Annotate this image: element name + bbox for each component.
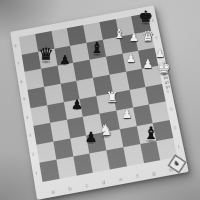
piece-white-pawn-h5[interactable]: ♟ <box>155 48 165 59</box>
piece-black-pawn-c4[interactable]: ♟ <box>71 98 83 111</box>
pieces-layer: ♚♝♟♛♝♛♟♟♟♟♚♜♟♟♞♟♝ <box>0 0 200 200</box>
piece-black-pawn-b7[interactable]: ♟ <box>60 54 71 66</box>
piece-white-pawn-g5[interactable]: ♟ <box>143 58 154 70</box>
chess-photo-scene: abcdefgh 87654321 87654321 CHESS ♞ ♚♝♟♛♝… <box>0 0 200 200</box>
piece-black-bishop-h2[interactable]: ♝ <box>143 125 158 142</box>
piece-white-king-h4[interactable]: ♚ <box>157 60 171 76</box>
piece-black-king-g8[interactable]: ♚ <box>139 9 153 25</box>
piece-white-pawn-f3[interactable]: ♟ <box>122 108 133 120</box>
piece-white-knight-e2[interactable]: ♞ <box>99 123 112 138</box>
piece-black-pawn-d2[interactable]: ♟ <box>85 130 98 144</box>
piece-white-pawn-f6[interactable]: ♟ <box>126 53 136 64</box>
piece-white-queen-g7[interactable]: ♛ <box>142 29 155 43</box>
piece-white-rook-e4[interactable]: ♜ <box>106 90 119 104</box>
piece-white-bishop-e8[interactable]: ♝ <box>113 27 125 40</box>
piece-white-pawn-f7[interactable]: ♟ <box>129 32 139 43</box>
piece-black-bishop-d7[interactable]: ♝ <box>90 41 103 56</box>
piece-black-queen-a7[interactable]: ♛ <box>38 46 53 63</box>
